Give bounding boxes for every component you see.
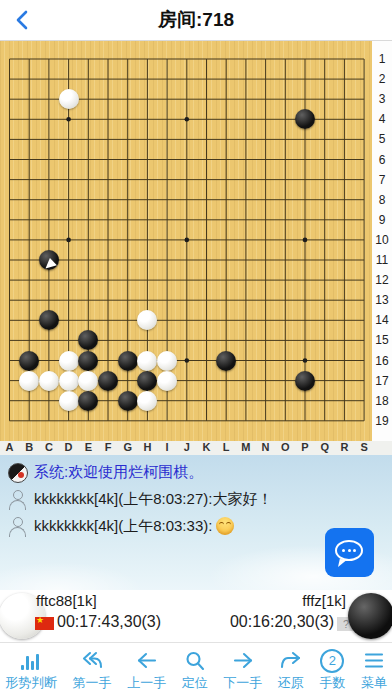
column-label: L <box>217 441 235 453</box>
column-label: C <box>40 441 58 453</box>
row-label: 12 <box>372 273 392 287</box>
chat-message-text: kkkkkkkk[4k](上午8:03:33): <box>34 517 234 536</box>
column-label: R <box>335 441 353 453</box>
stone-black <box>137 371 157 391</box>
row-label: 3 <box>372 92 392 106</box>
row-label: 8 <box>372 193 392 207</box>
chat-area: 系统:欢迎使用烂柯围棋。 kkkkkkkk[4k](上午8:03:27):大家好… <box>0 455 392 590</box>
stone-black <box>118 391 138 411</box>
stone-white <box>59 371 79 391</box>
go-board[interactable]: 12345678910111213141516171819 ABCDEFGHIJ… <box>0 41 392 455</box>
row-label: 2 <box>372 72 392 86</box>
stone-white <box>19 371 39 391</box>
chat-message: kkkkkkkk[4k](上午8:03:27):大家好！ <box>0 486 392 513</box>
menu-icon <box>362 648 386 673</box>
white-player-clock: 00:17:43,30(3) <box>57 613 161 631</box>
last-move-marker <box>39 250 59 270</box>
column-label: F <box>99 441 117 453</box>
white-player-name: fftc88[1k] <box>36 592 97 609</box>
toolbar-move-count-button[interactable]: 2 手数 <box>319 643 345 696</box>
chat-button[interactable] <box>325 528 374 577</box>
toolbar-analysis-button[interactable]: 形势判断 <box>5 643 57 696</box>
chat-message-text: 系统:欢迎使用烂柯围棋。 <box>34 463 203 482</box>
china-flag-icon <box>35 617 54 630</box>
stone-black <box>118 351 138 371</box>
stone-white <box>137 391 157 411</box>
row-label: 13 <box>372 293 392 307</box>
magnifier-icon <box>183 648 207 673</box>
stone-white <box>59 391 79 411</box>
row-label: 18 <box>372 394 392 408</box>
row-label: 4 <box>372 112 392 126</box>
toolbar-restore-button[interactable]: 还原 <box>278 643 304 696</box>
column-label: A <box>1 441 19 453</box>
stone-black <box>78 391 98 411</box>
first-move-icon <box>80 648 104 673</box>
stone-black <box>295 371 315 391</box>
column-label: D <box>60 441 78 453</box>
stone-black <box>98 371 118 391</box>
stone-black <box>78 351 98 371</box>
stone-black <box>39 250 59 270</box>
arrow-right-icon <box>231 648 255 673</box>
stone-white <box>157 351 177 371</box>
column-label: I <box>158 441 176 453</box>
stone-white <box>59 351 79 371</box>
row-label: 19 <box>372 414 392 428</box>
player-bar: fftc88[1k] 00:17:43,30(3) fffz[1k] 00:16… <box>0 590 392 642</box>
chat-message-text: kkkkkkkk[4k](上午8:03:27):大家好！ <box>34 490 272 509</box>
row-label: 14 <box>372 313 392 327</box>
row-label: 5 <box>372 132 392 146</box>
app-logo-icon <box>8 463 28 483</box>
column-label: G <box>119 441 137 453</box>
stone-white <box>157 371 177 391</box>
row-label: 11 <box>372 253 392 267</box>
column-label: B <box>20 441 38 453</box>
move-count-icon: 2 <box>320 648 344 673</box>
column-label: O <box>276 441 294 453</box>
page-title: 房间:718 <box>158 7 234 33</box>
row-label: 6 <box>372 153 392 167</box>
chat-message-system: 系统:欢迎使用烂柯围棋。 <box>0 459 392 486</box>
stone-white <box>78 371 98 391</box>
black-player-clock: 00:16:20,30(3) <box>230 613 334 631</box>
stone-white <box>39 371 59 391</box>
toolbar-prev-move-button[interactable]: 上一手 <box>127 643 166 696</box>
stone-black <box>19 351 39 371</box>
column-label: S <box>355 441 373 453</box>
toolbar-next-move-button[interactable]: 下一手 <box>223 643 262 696</box>
column-coordinates: ABCDEFGHIJKLMNOPQRS <box>0 441 392 455</box>
stone-white <box>137 351 157 371</box>
row-label: 1 <box>372 52 392 66</box>
arrow-left-icon <box>135 648 159 673</box>
analysis-bars-icon <box>19 648 43 673</box>
user-icon <box>8 517 28 537</box>
row-coordinates: 12345678910111213141516171819 <box>372 41 392 441</box>
toolbar-locate-button[interactable]: 定位 <box>182 643 208 696</box>
row-label: 7 <box>372 173 392 187</box>
column-label: Q <box>316 441 334 453</box>
title-bar: 房间:718 <box>0 0 392 41</box>
column-label: M <box>237 441 255 453</box>
row-label: 17 <box>372 374 392 388</box>
smiling-face-emoji <box>216 517 234 535</box>
bottom-toolbar: 形势判断 第一手 上一手 定位 <box>0 642 392 696</box>
black-stone-avatar <box>348 593 392 639</box>
column-label: K <box>198 441 216 453</box>
user-icon <box>8 490 28 510</box>
back-icon[interactable] <box>10 7 36 33</box>
toolbar-first-move-button[interactable]: 第一手 <box>73 643 112 696</box>
row-label: 10 <box>372 233 392 247</box>
row-label: 15 <box>372 333 392 347</box>
column-label: H <box>138 441 156 453</box>
row-label: 9 <box>372 213 392 227</box>
toolbar-menu-button[interactable]: 菜单 <box>361 643 387 696</box>
column-label: N <box>257 441 275 453</box>
black-player-name: fffz[1k] <box>302 592 346 609</box>
column-label: P <box>296 441 314 453</box>
restore-icon <box>279 648 303 673</box>
column-label: E <box>79 441 97 453</box>
row-label: 16 <box>372 354 392 368</box>
app-screen: 房间:718 12345678910111213141516171819 ABC… <box>0 0 392 696</box>
speech-bubble-icon <box>335 540 363 561</box>
stone-black <box>216 351 236 371</box>
column-label: J <box>178 441 196 453</box>
stone-white <box>59 89 79 109</box>
